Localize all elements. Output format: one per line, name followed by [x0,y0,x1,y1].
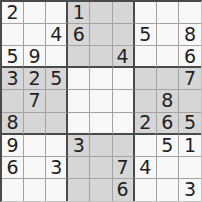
cell-r6c7[interactable]: 2 [135,113,157,135]
cell-r6c5[interactable] [90,113,112,135]
cell-r7c7[interactable] [135,135,157,157]
cell-r6c3[interactable] [46,113,68,135]
cell-r9c3[interactable] [46,179,68,201]
cell-r5c8[interactable]: 8 [157,90,179,112]
cell-r2c1[interactable] [2,24,24,46]
cell-r3c1[interactable]: 5 [2,46,24,68]
cell-r3c7[interactable] [135,46,157,68]
cell-r1c8[interactable] [157,2,179,24]
cell-r2c8[interactable] [157,24,179,46]
cell-r5c9[interactable] [179,90,201,112]
cell-r6c4[interactable] [68,113,90,135]
cell-r8c8[interactable] [157,157,179,179]
cell-r2c3[interactable]: 4 [46,24,68,46]
cell-r3c9[interactable]: 6 [179,46,201,68]
cell-r5c4[interactable] [68,90,90,112]
cell-r7c3[interactable] [46,135,68,157]
cell-r7c8[interactable]: 5 [157,135,179,157]
cell-r9c4[interactable] [68,179,90,201]
cell-r6c2[interactable] [24,113,46,135]
cell-r2c5[interactable] [90,24,112,46]
cell-r3c8[interactable] [157,46,179,68]
cell-r8c3[interactable]: 3 [46,157,68,179]
cell-r3c3[interactable] [46,46,68,68]
cell-r1c9[interactable] [179,2,201,24]
cell-r9c9[interactable]: 3 [179,179,201,201]
cell-r8c6[interactable]: 7 [113,157,135,179]
cell-r4c8[interactable] [157,68,179,90]
cell-r4c2[interactable]: 2 [24,68,46,90]
cell-r5c5[interactable] [90,90,112,112]
cell-r3c4[interactable] [68,46,90,68]
cell-r4c4[interactable] [68,68,90,90]
cell-r5c7[interactable] [135,90,157,112]
cell-r4c1[interactable]: 3 [2,68,24,90]
cell-r2c6[interactable] [113,24,135,46]
cell-r1c6[interactable] [113,2,135,24]
cell-r7c6[interactable] [113,135,135,157]
cell-r3c6[interactable]: 4 [113,46,135,68]
cell-r5c1[interactable] [2,90,24,112]
cell-r4c9[interactable]: 7 [179,68,201,90]
cell-r1c4[interactable]: 1 [68,2,90,24]
cell-r5c6[interactable] [113,90,135,112]
cell-r6c6[interactable] [113,113,135,135]
cell-r7c9[interactable]: 1 [179,135,201,157]
cell-r9c2[interactable] [24,179,46,201]
cell-r8c1[interactable]: 6 [2,157,24,179]
cell-r5c3[interactable] [46,90,68,112]
cell-r6c9[interactable]: 5 [179,113,201,135]
cell-r7c1[interactable]: 9 [2,135,24,157]
cell-r9c5[interactable] [90,179,112,201]
cell-r1c2[interactable] [24,2,46,24]
cell-r3c2[interactable]: 9 [24,46,46,68]
cell-r8c9[interactable] [179,157,201,179]
cell-r6c8[interactable]: 6 [157,113,179,135]
cell-r2c7[interactable]: 5 [135,24,157,46]
cell-r6c1[interactable]: 8 [2,113,24,135]
cell-r1c3[interactable] [46,2,68,24]
cell-r9c6[interactable]: 6 [113,179,135,201]
cell-r4c7[interactable] [135,68,157,90]
cell-r4c3[interactable]: 5 [46,68,68,90]
cell-r2c2[interactable] [24,24,46,46]
cell-r2c4[interactable]: 6 [68,24,90,46]
sudoku-board: 214658594632577882659351637463 [0,0,202,202]
cell-r3c5[interactable] [90,46,112,68]
cell-r9c8[interactable] [157,179,179,201]
cell-r9c1[interactable] [2,179,24,201]
cell-r8c4[interactable] [68,157,90,179]
cell-r9c7[interactable] [135,179,157,201]
cell-r5c2[interactable]: 7 [24,90,46,112]
cell-r1c7[interactable] [135,2,157,24]
cell-r8c5[interactable] [90,157,112,179]
cell-r2c9[interactable]: 8 [179,24,201,46]
cell-r1c5[interactable] [90,2,112,24]
cell-r7c4[interactable]: 3 [68,135,90,157]
cell-r8c2[interactable] [24,157,46,179]
cell-r7c5[interactable] [90,135,112,157]
cell-r4c6[interactable] [113,68,135,90]
cell-r7c2[interactable] [24,135,46,157]
cell-r8c7[interactable]: 4 [135,157,157,179]
cell-r4c5[interactable] [90,68,112,90]
cell-r1c1[interactable]: 2 [2,2,24,24]
